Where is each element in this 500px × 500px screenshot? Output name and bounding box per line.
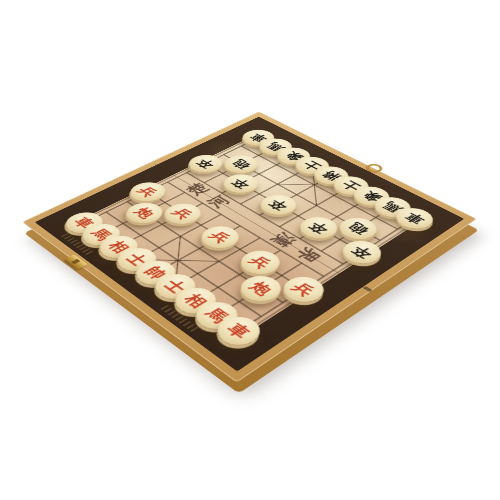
piece-glyph: 砲: [229, 158, 252, 170]
piece-glyph: 卒: [306, 220, 332, 235]
piece-glyph: 卒: [266, 198, 291, 212]
piece-glyph: 兵: [170, 207, 195, 221]
piece-black-cannon[interactable]: 砲: [218, 152, 265, 176]
piece-glyph: 砲: [345, 221, 371, 236]
piece-glyph: 車: [224, 321, 254, 341]
piece-red-soldier[interactable]: 兵: [158, 200, 208, 229]
piece-glyph: 兵: [247, 254, 274, 270]
piece-glyph: 卒: [229, 177, 253, 190]
piece-glyph: 兵: [207, 229, 233, 244]
piece-red-soldier[interactable]: 兵: [233, 246, 287, 279]
xiangqi-board[interactable]: 楚河 漢界 車馬象士將士象馬車砲砲卒卒卒卒卒兵兵兵兵兵炮炮車馬相士帥士相馬車: [22, 112, 477, 383]
piece-glyph: 卒: [194, 157, 217, 169]
piece-glyph: 炮: [132, 206, 157, 220]
product-photo-scene: 楚河 漢界 車馬象士將士象馬車砲砲卒卒卒卒卒兵兵兵兵兵炮炮車馬相士帥士相馬車: [0, 0, 500, 500]
piece-glyph: 車: [402, 211, 427, 226]
piece-black-soldier[interactable]: 卒: [217, 171, 265, 197]
piece-glyph: 兵: [136, 185, 160, 198]
piece-glyph: 兵: [290, 281, 318, 299]
piece-red-soldier[interactable]: 兵: [194, 222, 246, 253]
piece-glyph: 卒: [349, 244, 376, 260]
piece-black-soldier[interactable]: 卒: [293, 213, 344, 243]
piece-black-cannon[interactable]: 砲: [332, 214, 384, 244]
piece-red-cannon[interactable]: 炮: [119, 199, 169, 228]
piece-glyph: 炮: [247, 280, 275, 298]
piece-red-cannon[interactable]: 炮: [233, 271, 289, 306]
piece-black-soldier[interactable]: 卒: [254, 191, 304, 219]
